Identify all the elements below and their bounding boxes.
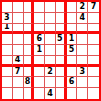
cell-r6c3[interactable] [24, 56, 35, 67]
cell-r5c1[interactable] [2, 45, 13, 56]
cell-r5c6[interactable] [56, 45, 67, 56]
cell-r4c7[interactable]: 1 [67, 34, 78, 45]
cell-r8c6[interactable] [56, 77, 67, 88]
cell-r6c7[interactable] [67, 56, 78, 67]
cell-r7c2[interactable]: 7 [13, 67, 24, 78]
cell-r8c3[interactable]: 8 [24, 77, 35, 88]
cell-r1c7[interactable] [67, 2, 78, 13]
cell-r2c1[interactable]: 3 [2, 13, 13, 24]
cell-r6c5[interactable] [45, 56, 56, 67]
cell-r9c9[interactable] [88, 88, 99, 99]
cell-r3c4[interactable] [34, 24, 45, 35]
cell-r8c7[interactable]: 6 [67, 77, 78, 88]
cell-r8c5[interactable] [45, 77, 56, 88]
cell-r2c2[interactable] [13, 13, 24, 24]
cell-r7c8[interactable]: 3 [77, 67, 88, 78]
cell-r9c4[interactable] [34, 88, 45, 99]
cell-r7c9[interactable] [88, 67, 99, 78]
cell-r2c9[interactable] [88, 13, 99, 24]
cell-r6c9[interactable] [88, 56, 99, 67]
cell-r8c2[interactable] [13, 77, 24, 88]
cell-r9c5[interactable]: 4 [45, 88, 56, 99]
cell-r7c3[interactable] [24, 67, 35, 78]
cell-r1c8[interactable]: 2 [77, 2, 88, 13]
cell-r1c5[interactable] [45, 2, 56, 13]
cell-r3c6[interactable] [56, 24, 67, 35]
cell-r1c3[interactable] [24, 2, 35, 13]
cell-r6c6[interactable] [56, 56, 67, 67]
cell-r3c3[interactable] [24, 24, 35, 35]
cell-r2c8[interactable]: 4 [77, 13, 88, 24]
cell-r3c7[interactable] [67, 24, 78, 35]
cell-r9c1[interactable] [2, 88, 13, 99]
cell-r8c9[interactable] [88, 77, 99, 88]
cell-r5c8[interactable] [77, 45, 88, 56]
cell-r1c2[interactable] [13, 2, 24, 13]
cell-r9c6[interactable] [56, 88, 67, 99]
cell-r7c6[interactable] [56, 67, 67, 78]
cell-r9c3[interactable] [24, 88, 35, 99]
cell-r9c2[interactable] [13, 88, 24, 99]
cell-r4c9[interactable] [88, 34, 99, 45]
cell-r4c3[interactable] [24, 34, 35, 45]
cell-r1c4[interactable] [34, 2, 45, 13]
cell-r6c8[interactable] [77, 56, 88, 67]
cell-r4c2[interactable] [13, 34, 24, 45]
cell-r2c5[interactable] [45, 13, 56, 24]
cell-r3c9[interactable] [88, 24, 99, 35]
cell-r1c6[interactable] [56, 2, 67, 13]
cell-r4c6[interactable]: 5 [56, 34, 67, 45]
cell-r3c5[interactable] [45, 24, 56, 35]
cell-r2c7[interactable] [67, 13, 78, 24]
cell-r1c9[interactable]: 7 [88, 2, 99, 13]
cell-r8c1[interactable] [2, 77, 13, 88]
cell-r7c5[interactable]: 2 [45, 67, 56, 78]
cell-r5c3[interactable] [24, 45, 35, 56]
cell-r5c4[interactable]: 1 [34, 45, 45, 56]
cell-r3c1[interactable]: 1 [2, 24, 13, 35]
cell-r5c7[interactable]: 5 [67, 45, 78, 56]
cell-r3c2[interactable] [13, 24, 24, 35]
cell-r9c8[interactable] [77, 88, 88, 99]
cell-r7c1[interactable] [2, 67, 13, 78]
cell-r8c8[interactable] [77, 77, 88, 88]
cell-r5c2[interactable] [13, 45, 24, 56]
cell-r7c4[interactable] [34, 67, 45, 78]
cell-r4c8[interactable] [77, 34, 88, 45]
cell-r6c2[interactable]: 4 [13, 56, 24, 67]
sudoku-board: 27341651154723864 [0, 0, 101, 101]
cell-r5c9[interactable] [88, 45, 99, 56]
cell-r3c8[interactable] [77, 24, 88, 35]
cell-r4c4[interactable]: 6 [34, 34, 45, 45]
cell-r2c3[interactable] [24, 13, 35, 24]
cell-r2c6[interactable] [56, 13, 67, 24]
cell-r4c1[interactable] [2, 34, 13, 45]
cell-r9c7[interactable] [67, 88, 78, 99]
cell-r7c7[interactable] [67, 67, 78, 78]
cell-r4c5[interactable] [45, 34, 56, 45]
cell-r6c1[interactable] [2, 56, 13, 67]
cell-r5c5[interactable] [45, 45, 56, 56]
cell-r6c4[interactable] [34, 56, 45, 67]
cell-r8c4[interactable] [34, 77, 45, 88]
cell-r1c1[interactable] [2, 2, 13, 13]
cell-r2c4[interactable] [34, 13, 45, 24]
